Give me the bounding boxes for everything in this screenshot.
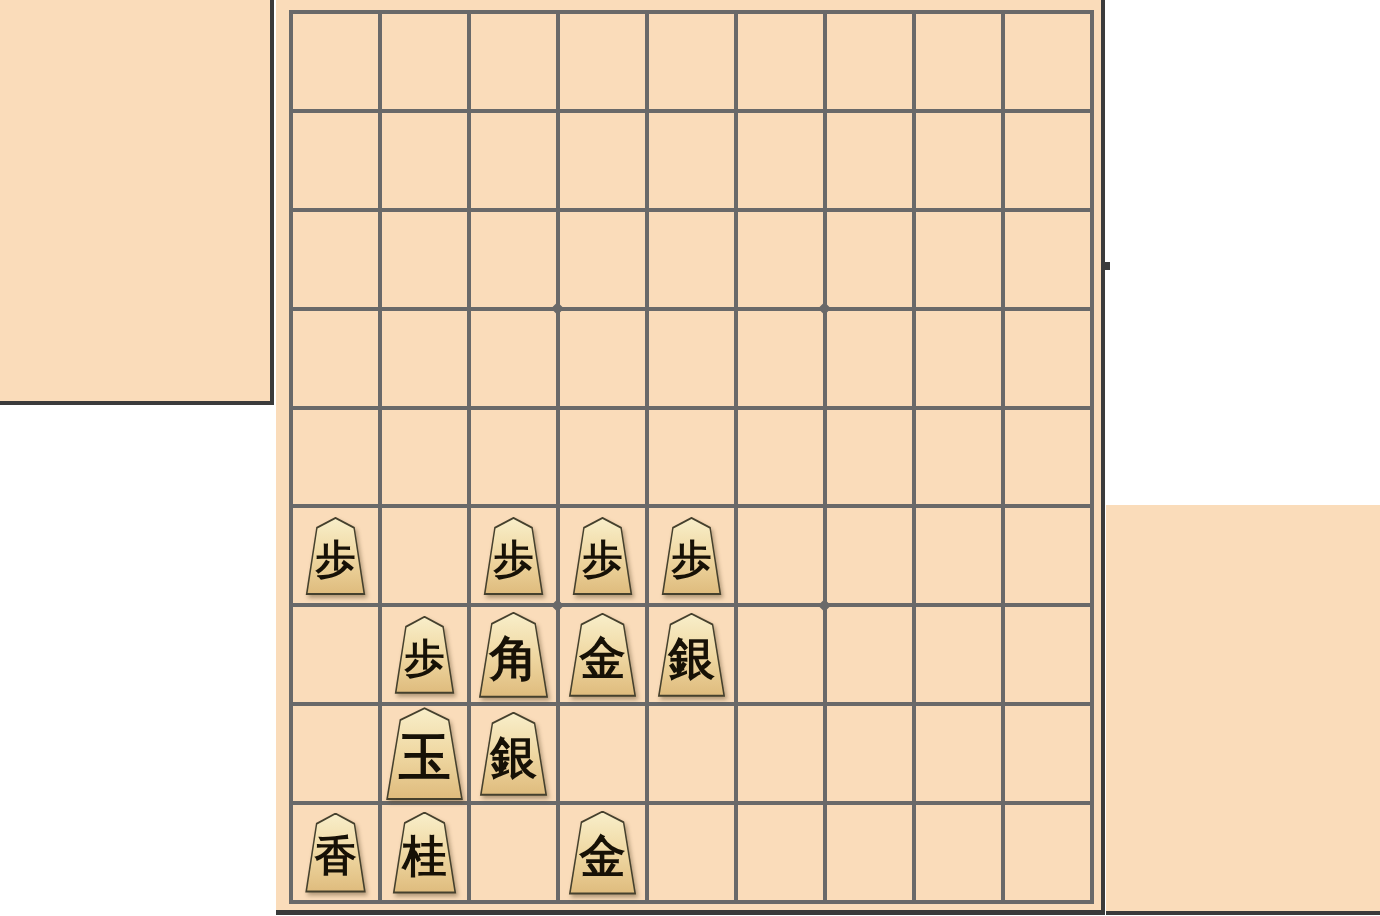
piece-body: 銀 xyxy=(659,615,725,695)
piece-kanji: 歩 xyxy=(405,638,445,678)
square-8i[interactable]: 桂 xyxy=(382,805,467,900)
square-9g[interactable] xyxy=(293,607,378,702)
square-7g[interactable]: 角 xyxy=(471,607,556,702)
square-3b[interactable] xyxy=(827,113,912,208)
piece-shape: 歩 xyxy=(483,517,545,595)
square-9i[interactable]: 香 xyxy=(293,805,378,900)
piece-pawn-5f[interactable]: 歩 xyxy=(661,517,723,595)
gote-piece-stand[interactable] xyxy=(0,0,274,405)
piece-pawn-6f[interactable]: 歩 xyxy=(572,517,634,595)
square-7c[interactable] xyxy=(471,212,556,307)
piece-gold-6i[interactable]: 金 xyxy=(568,811,638,895)
piece-kanji: 金 xyxy=(580,833,626,879)
square-4d[interactable] xyxy=(738,311,823,406)
square-3g[interactable] xyxy=(827,607,912,702)
piece-kanji: 香 xyxy=(315,835,357,877)
square-9f[interactable]: 歩 xyxy=(293,508,378,603)
square-8a[interactable] xyxy=(382,14,467,109)
square-2e[interactable] xyxy=(916,410,1001,505)
square-1h[interactable] xyxy=(1005,706,1090,801)
piece-kanji: 歩 xyxy=(316,539,356,579)
piece-silver-5g[interactable]: 銀 xyxy=(657,613,727,697)
piece-kanji: 金 xyxy=(580,635,626,681)
square-2a[interactable] xyxy=(916,14,1001,109)
page: 歩歩歩歩歩角金銀玉銀香桂金 xyxy=(0,0,1380,916)
square-5a[interactable] xyxy=(649,14,734,109)
square-7b[interactable] xyxy=(471,113,556,208)
square-1a[interactable] xyxy=(1005,14,1090,109)
piece-kanji: 歩 xyxy=(494,539,534,579)
square-7f[interactable]: 歩 xyxy=(471,508,556,603)
square-3c[interactable] xyxy=(827,212,912,307)
board-grid: 歩歩歩歩歩角金銀玉銀香桂金 xyxy=(289,10,1094,904)
square-3e[interactable] xyxy=(827,410,912,505)
square-9a[interactable] xyxy=(293,14,378,109)
piece-pawn-8g[interactable]: 歩 xyxy=(394,616,456,694)
piece-shape: 玉 xyxy=(385,707,465,800)
square-4h[interactable] xyxy=(738,706,823,801)
board-edge-notch xyxy=(1105,262,1110,270)
square-2c[interactable] xyxy=(916,212,1001,307)
piece-shape: 銀 xyxy=(479,712,549,796)
piece-body: 歩 xyxy=(485,519,543,593)
piece-shape: 角 xyxy=(478,612,550,698)
square-3d[interactable] xyxy=(827,311,912,406)
piece-gold-6g[interactable]: 金 xyxy=(568,613,638,697)
square-1g[interactable] xyxy=(1005,607,1090,702)
square-6e[interactable] xyxy=(560,410,645,505)
square-6b[interactable] xyxy=(560,113,645,208)
square-8g[interactable]: 歩 xyxy=(382,607,467,702)
square-5g[interactable]: 銀 xyxy=(649,607,734,702)
square-5d[interactable] xyxy=(649,311,734,406)
square-3f[interactable] xyxy=(827,508,912,603)
square-8d[interactable] xyxy=(382,311,467,406)
piece-body: 歩 xyxy=(663,519,721,593)
piece-knight-8i[interactable]: 桂 xyxy=(392,812,458,894)
piece-body: 玉 xyxy=(387,709,463,798)
piece-kanji: 歩 xyxy=(672,539,712,579)
square-1d[interactable] xyxy=(1005,311,1090,406)
shogi-board: 歩歩歩歩歩角金銀玉銀香桂金 xyxy=(276,0,1105,915)
piece-shape: 香 xyxy=(304,813,367,893)
piece-shape: 金 xyxy=(568,811,638,895)
square-2d[interactable] xyxy=(916,311,1001,406)
square-9d[interactable] xyxy=(293,311,378,406)
square-1b[interactable] xyxy=(1005,113,1090,208)
square-4c[interactable] xyxy=(738,212,823,307)
square-5e[interactable] xyxy=(649,410,734,505)
sente-piece-stand[interactable] xyxy=(1106,505,1380,915)
square-3h[interactable] xyxy=(827,706,912,801)
piece-silver-7h[interactable]: 銀 xyxy=(479,712,549,796)
piece-body: 香 xyxy=(306,815,365,891)
square-3i[interactable] xyxy=(827,805,912,900)
square-8e[interactable] xyxy=(382,410,467,505)
square-2b[interactable] xyxy=(916,113,1001,208)
square-7i[interactable] xyxy=(471,805,556,900)
piece-body: 桂 xyxy=(394,814,456,892)
piece-body: 歩 xyxy=(307,519,365,593)
piece-kanji: 銀 xyxy=(669,635,715,681)
piece-body: 歩 xyxy=(396,618,454,692)
square-5b[interactable] xyxy=(649,113,734,208)
square-2h[interactable] xyxy=(916,706,1001,801)
square-7e[interactable] xyxy=(471,410,556,505)
piece-lance-9i[interactable]: 香 xyxy=(304,813,367,893)
square-2f[interactable] xyxy=(916,508,1001,603)
square-6c[interactable] xyxy=(560,212,645,307)
piece-body: 歩 xyxy=(574,519,632,593)
piece-shape: 金 xyxy=(568,613,638,697)
square-9c[interactable] xyxy=(293,212,378,307)
square-8h[interactable]: 玉 xyxy=(382,706,467,801)
square-7d[interactable] xyxy=(471,311,556,406)
square-4g[interactable] xyxy=(738,607,823,702)
square-5i[interactable] xyxy=(649,805,734,900)
square-2g[interactable] xyxy=(916,607,1001,702)
piece-kanji: 桂 xyxy=(403,834,447,878)
square-8f[interactable] xyxy=(382,508,467,603)
square-6h[interactable] xyxy=(560,706,645,801)
square-5c[interactable] xyxy=(649,212,734,307)
piece-shape: 歩 xyxy=(661,517,723,595)
piece-body: 角 xyxy=(480,614,548,696)
piece-pawn-7f[interactable]: 歩 xyxy=(483,517,545,595)
square-1c[interactable] xyxy=(1005,212,1090,307)
square-6g[interactable]: 金 xyxy=(560,607,645,702)
piece-shape: 歩 xyxy=(305,517,367,595)
piece-body: 銀 xyxy=(481,714,547,794)
square-1f[interactable] xyxy=(1005,508,1090,603)
square-1i[interactable] xyxy=(1005,805,1090,900)
piece-kanji: 玉 xyxy=(399,731,451,783)
square-6i[interactable]: 金 xyxy=(560,805,645,900)
square-4b[interactable] xyxy=(738,113,823,208)
square-4e[interactable] xyxy=(738,410,823,505)
square-9b[interactable] xyxy=(293,113,378,208)
piece-bishop-7g[interactable]: 角 xyxy=(478,612,550,698)
square-5f[interactable]: 歩 xyxy=(649,508,734,603)
piece-kanji: 角 xyxy=(490,634,538,682)
square-7h[interactable]: 銀 xyxy=(471,706,556,801)
square-3a[interactable] xyxy=(827,14,912,109)
square-6a[interactable] xyxy=(560,14,645,109)
piece-body: 金 xyxy=(570,813,636,893)
square-9h[interactable] xyxy=(293,706,378,801)
square-8b[interactable] xyxy=(382,113,467,208)
square-6f[interactable]: 歩 xyxy=(560,508,645,603)
piece-kanji: 銀 xyxy=(491,734,537,780)
piece-body: 金 xyxy=(570,615,636,695)
square-4i[interactable] xyxy=(738,805,823,900)
piece-shape: 銀 xyxy=(657,613,727,697)
piece-kanji: 歩 xyxy=(583,539,623,579)
piece-shape: 桂 xyxy=(392,812,458,894)
piece-shape: 歩 xyxy=(394,616,456,694)
square-4f[interactable] xyxy=(738,508,823,603)
square-9e[interactable] xyxy=(293,410,378,505)
square-5h[interactable] xyxy=(649,706,734,801)
piece-shape: 歩 xyxy=(572,517,634,595)
piece-pawn-9f[interactable]: 歩 xyxy=(305,517,367,595)
piece-king-8h[interactable]: 玉 xyxy=(385,707,465,800)
square-8c[interactable] xyxy=(382,212,467,307)
square-2i[interactable] xyxy=(916,805,1001,900)
square-4a[interactable] xyxy=(738,14,823,109)
square-1e[interactable] xyxy=(1005,410,1090,505)
square-7a[interactable] xyxy=(471,14,556,109)
square-6d[interactable] xyxy=(560,311,645,406)
